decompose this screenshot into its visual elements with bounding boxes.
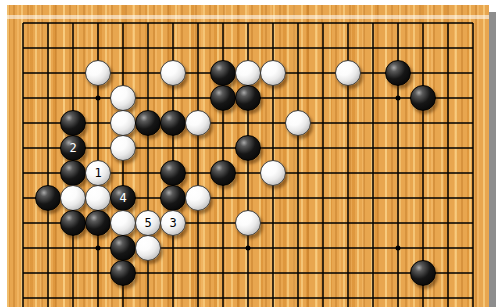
stone-black-move-2: 2 <box>60 135 86 161</box>
move-number-label: 4 <box>119 192 126 204</box>
stone-black <box>135 110 161 136</box>
stone-black <box>235 85 261 111</box>
stone-white-move-3: 3 <box>160 210 186 236</box>
stone-black <box>160 160 186 186</box>
stone-black <box>235 135 261 161</box>
move-number-label: 2 <box>69 142 76 154</box>
stone-white <box>110 210 136 236</box>
stone-black <box>160 185 186 211</box>
move-number-label: 1 <box>94 167 101 179</box>
stone-white <box>85 60 111 86</box>
star-point <box>96 96 101 101</box>
stone-black <box>60 110 86 136</box>
stone-black <box>60 210 86 236</box>
stone-white <box>235 210 261 236</box>
stone-white-move-5: 5 <box>135 210 161 236</box>
stone-black <box>85 210 111 236</box>
stone-white <box>85 185 111 211</box>
star-point <box>246 246 251 251</box>
stone-white <box>260 160 286 186</box>
star-point <box>396 96 401 101</box>
stone-white <box>60 185 86 211</box>
stone-black <box>110 235 136 261</box>
stone-black <box>385 60 411 86</box>
page-background: 21453 <box>0 0 500 307</box>
stone-white <box>235 60 261 86</box>
stone-black <box>210 85 236 111</box>
stone-white <box>110 135 136 161</box>
stone-black <box>60 160 86 186</box>
stone-black <box>110 260 136 286</box>
star-point <box>96 246 101 251</box>
stone-black <box>410 85 436 111</box>
stone-white <box>260 60 286 86</box>
stone-black <box>210 60 236 86</box>
stone-white <box>335 60 361 86</box>
move-number-label: 3 <box>169 217 176 229</box>
goban[interactable]: 21453 <box>7 5 489 307</box>
stone-white <box>185 185 211 211</box>
stone-black <box>210 160 236 186</box>
stone-black <box>410 260 436 286</box>
stone-black <box>160 110 186 136</box>
stone-white <box>185 110 211 136</box>
stone-white <box>110 110 136 136</box>
star-point <box>396 246 401 251</box>
board-shadow <box>489 12 496 307</box>
move-number-label: 5 <box>144 217 151 229</box>
stone-white <box>135 235 161 261</box>
stone-white <box>110 85 136 111</box>
stone-white-move-1: 1 <box>85 160 111 186</box>
stone-black-move-4: 4 <box>110 185 136 211</box>
stone-white <box>285 110 311 136</box>
stone-white <box>160 60 186 86</box>
stone-black <box>35 185 61 211</box>
